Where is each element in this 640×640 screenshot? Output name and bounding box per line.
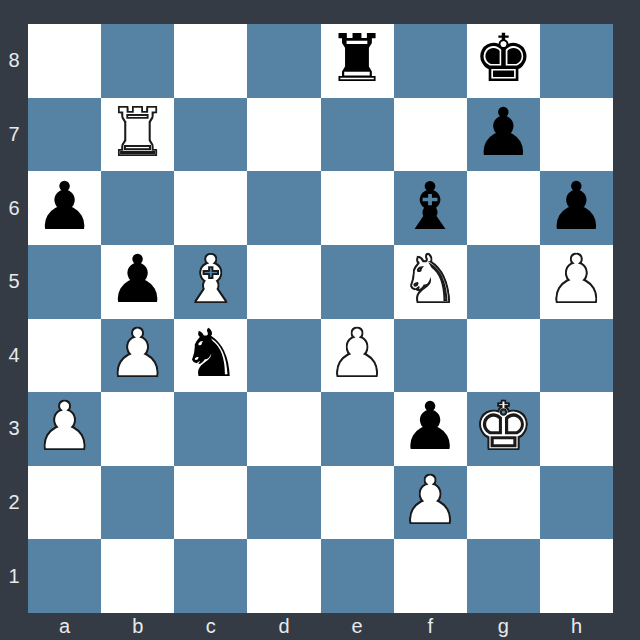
file-label-h: h [540,613,613,640]
rank-label-7: 7 [0,98,28,172]
square-b2[interactable] [101,466,174,540]
square-f7[interactable] [394,98,467,172]
piece-white-king[interactable]: ♚ [474,390,533,463]
square-a8[interactable] [28,24,101,98]
square-c2[interactable] [174,466,247,540]
file-label-b: b [101,613,174,640]
square-c6[interactable] [174,171,247,245]
square-c7[interactable] [174,98,247,172]
piece-white-pawn[interactable]: ♟ [35,390,94,463]
square-e3[interactable] [321,392,394,466]
piece-white-pawn[interactable]: ♟ [401,464,460,537]
square-f6[interactable]: ♝ [394,171,467,245]
square-g2[interactable] [467,466,540,540]
square-c8[interactable] [174,24,247,98]
square-b8[interactable] [101,24,174,98]
square-c1[interactable] [174,539,247,613]
square-a2[interactable] [28,466,101,540]
square-e8[interactable]: ♜ [321,24,394,98]
square-d4[interactable] [247,319,320,393]
piece-black-pawn[interactable]: ♟ [474,96,533,169]
square-g7[interactable]: ♟ [467,98,540,172]
piece-white-knight[interactable]: ♞ [401,243,460,316]
rank-label-1: 1 [0,539,28,613]
piece-white-bishop[interactable]: ♝ [181,243,240,316]
square-g3[interactable]: ♚ [467,392,540,466]
square-h3[interactable] [540,392,613,466]
file-label-c: c [174,613,247,640]
square-e7[interactable] [321,98,394,172]
rank-label-6: 6 [0,171,28,245]
piece-black-pawn[interactable]: ♟ [547,170,606,243]
square-g6[interactable] [467,171,540,245]
piece-white-pawn[interactable]: ♟ [547,243,606,316]
square-h8[interactable] [540,24,613,98]
file-label-d: d [247,613,320,640]
square-c4[interactable]: ♞ [174,319,247,393]
piece-black-knight[interactable]: ♞ [181,317,240,390]
square-e4[interactable]: ♟ [321,319,394,393]
square-b7[interactable]: ♜ [101,98,174,172]
rank-label-2: 2 [0,466,28,540]
square-d2[interactable] [247,466,320,540]
square-a3[interactable]: ♟ [28,392,101,466]
square-h5[interactable]: ♟ [540,245,613,319]
square-h7[interactable] [540,98,613,172]
file-labels: abcdefgh [28,613,613,640]
square-h2[interactable] [540,466,613,540]
square-g1[interactable] [467,539,540,613]
square-d8[interactable] [247,24,320,98]
rank-label-4: 4 [0,319,28,393]
square-h1[interactable] [540,539,613,613]
piece-black-rook[interactable]: ♜ [327,22,386,95]
square-h4[interactable] [540,319,613,393]
square-e5[interactable] [321,245,394,319]
square-d7[interactable] [247,98,320,172]
piece-black-bishop[interactable]: ♝ [401,170,460,243]
file-label-a: a [28,613,101,640]
piece-white-pawn[interactable]: ♟ [327,317,386,390]
square-d5[interactable] [247,245,320,319]
square-e1[interactable] [321,539,394,613]
square-a7[interactable] [28,98,101,172]
square-f8[interactable] [394,24,467,98]
square-b6[interactable] [101,171,174,245]
square-f1[interactable] [394,539,467,613]
rank-label-5: 5 [0,245,28,319]
square-a5[interactable] [28,245,101,319]
square-e2[interactable] [321,466,394,540]
square-g8[interactable]: ♚ [467,24,540,98]
square-b1[interactable] [101,539,174,613]
rank-label-3: 3 [0,392,28,466]
square-f4[interactable] [394,319,467,393]
piece-black-pawn[interactable]: ♟ [401,390,460,463]
square-d6[interactable] [247,171,320,245]
square-c5[interactable]: ♝ [174,245,247,319]
square-d3[interactable] [247,392,320,466]
square-d1[interactable] [247,539,320,613]
rank-label-8: 8 [0,24,28,98]
piece-black-pawn[interactable]: ♟ [108,243,167,316]
file-label-g: g [467,613,540,640]
square-f3[interactable]: ♟ [394,392,467,466]
square-f5[interactable]: ♞ [394,245,467,319]
square-h6[interactable]: ♟ [540,171,613,245]
rank-labels: 87654321 [0,24,28,613]
piece-white-pawn[interactable]: ♟ [108,317,167,390]
board: ♜♚♜♟♟♝♟♟♝♞♟♟♞♟♟♟♚♟ [28,24,613,613]
piece-black-king[interactable]: ♚ [474,22,533,95]
chess-app-window: 87654321 ♜♚♜♟♟♝♟♟♝♞♟♟♞♟♟♟♚♟ abcdefgh [0,0,640,640]
piece-white-rook[interactable]: ♜ [108,96,167,169]
file-label-f: f [394,613,467,640]
square-b5[interactable]: ♟ [101,245,174,319]
square-b3[interactable] [101,392,174,466]
square-f2[interactable]: ♟ [394,466,467,540]
square-a1[interactable] [28,539,101,613]
square-g4[interactable] [467,319,540,393]
square-a4[interactable] [28,319,101,393]
square-e6[interactable] [321,171,394,245]
square-a6[interactable]: ♟ [28,171,101,245]
square-b4[interactable]: ♟ [101,319,174,393]
square-g5[interactable] [467,245,540,319]
file-label-e: e [321,613,394,640]
square-c3[interactable] [174,392,247,466]
piece-black-pawn[interactable]: ♟ [35,170,94,243]
